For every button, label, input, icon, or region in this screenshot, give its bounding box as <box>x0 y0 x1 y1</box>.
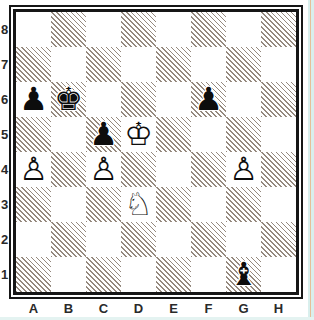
square-h7[interactable] <box>261 47 296 82</box>
square-c8[interactable] <box>86 12 121 47</box>
file-label-f: F <box>191 299 226 317</box>
square-f1[interactable] <box>191 257 226 292</box>
square-e1[interactable] <box>156 257 191 292</box>
rank-label-5: 5 <box>0 117 9 152</box>
square-d7[interactable] <box>121 47 156 82</box>
rank-label-2: 2 <box>0 222 9 257</box>
square-f7[interactable] <box>191 47 226 82</box>
square-h2[interactable] <box>261 222 296 257</box>
square-b6[interactable]: ♚ <box>51 82 86 117</box>
file-label-a: A <box>16 299 51 317</box>
square-c7[interactable] <box>86 47 121 82</box>
file-label-e: E <box>156 299 191 317</box>
rank-label-4: 4 <box>0 152 9 187</box>
file-label-c: C <box>86 299 121 317</box>
square-e3[interactable] <box>156 187 191 222</box>
rank-label-6: 6 <box>0 82 9 117</box>
file-labels: ABCDEFGH <box>16 299 296 317</box>
square-g6[interactable] <box>226 82 261 117</box>
square-h3[interactable] <box>261 187 296 222</box>
square-g8[interactable] <box>226 12 261 47</box>
square-h6[interactable] <box>261 82 296 117</box>
page-edge-line <box>310 0 311 320</box>
square-e8[interactable] <box>156 12 191 47</box>
piece-white-king[interactable]: ♔ <box>121 117 156 152</box>
square-d1[interactable] <box>121 257 156 292</box>
square-d6[interactable] <box>121 82 156 117</box>
square-f6[interactable]: ♟ <box>191 82 226 117</box>
piece-black-pawn[interactable]: ♟ <box>86 117 121 152</box>
square-a3[interactable] <box>16 187 51 222</box>
square-a5[interactable] <box>16 117 51 152</box>
square-f4[interactable] <box>191 152 226 187</box>
square-c5[interactable]: ♟ <box>86 117 121 152</box>
square-e6[interactable] <box>156 82 191 117</box>
square-g7[interactable] <box>226 47 261 82</box>
piece-white-pawn[interactable]: ♙ <box>86 152 121 187</box>
rank-label-3: 3 <box>0 187 9 222</box>
chess-board: ♟♚♟♟♔♙♙♙♘♝ <box>16 12 296 292</box>
square-c6[interactable] <box>86 82 121 117</box>
square-a4[interactable]: ♙ <box>16 152 51 187</box>
square-c4[interactable]: ♙ <box>86 152 121 187</box>
piece-black-bishop[interactable]: ♝ <box>226 257 261 292</box>
square-f2[interactable] <box>191 222 226 257</box>
square-g4[interactable]: ♙ <box>226 152 261 187</box>
square-a1[interactable] <box>16 257 51 292</box>
file-label-g: G <box>226 299 261 317</box>
file-label-h: H <box>261 299 296 317</box>
rank-label-7: 7 <box>0 47 9 82</box>
board-inner-frame: ♟♚♟♟♔♙♙♙♘♝ <box>13 9 299 295</box>
square-b5[interactable] <box>51 117 86 152</box>
square-c3[interactable] <box>86 187 121 222</box>
square-h5[interactable] <box>261 117 296 152</box>
piece-white-pawn[interactable]: ♙ <box>16 152 51 187</box>
page-edge-strip-right <box>308 0 314 320</box>
rank-label-1: 1 <box>0 257 9 292</box>
square-b7[interactable] <box>51 47 86 82</box>
rank-label-8: 8 <box>0 12 9 47</box>
square-h8[interactable] <box>261 12 296 47</box>
square-d5[interactable]: ♔ <box>121 117 156 152</box>
square-c1[interactable] <box>86 257 121 292</box>
square-e5[interactable] <box>156 117 191 152</box>
square-e4[interactable] <box>156 152 191 187</box>
chess-diagram: 87654321 ♟♚♟♟♔♙♙♙♘♝ ABCDEFGH <box>0 0 314 320</box>
square-g5[interactable] <box>226 117 261 152</box>
square-d8[interactable] <box>121 12 156 47</box>
square-b1[interactable] <box>51 257 86 292</box>
file-label-b: B <box>51 299 86 317</box>
square-e2[interactable] <box>156 222 191 257</box>
square-f8[interactable] <box>191 12 226 47</box>
board-frame: ♟♚♟♟♔♙♙♙♘♝ <box>9 5 303 299</box>
square-d4[interactable] <box>121 152 156 187</box>
square-d3[interactable]: ♘ <box>121 187 156 222</box>
square-a2[interactable] <box>16 222 51 257</box>
square-b3[interactable] <box>51 187 86 222</box>
square-d2[interactable] <box>121 222 156 257</box>
square-b2[interactable] <box>51 222 86 257</box>
square-c2[interactable] <box>86 222 121 257</box>
square-f3[interactable] <box>191 187 226 222</box>
piece-black-pawn[interactable]: ♟ <box>191 82 226 117</box>
square-h1[interactable] <box>261 257 296 292</box>
file-label-d: D <box>121 299 156 317</box>
square-g1[interactable]: ♝ <box>226 257 261 292</box>
piece-white-pawn[interactable]: ♙ <box>226 152 261 187</box>
piece-black-pawn[interactable]: ♟ <box>16 82 51 117</box>
piece-white-knight[interactable]: ♘ <box>121 187 156 222</box>
square-g2[interactable] <box>226 222 261 257</box>
piece-black-king[interactable]: ♚ <box>51 82 86 117</box>
square-b4[interactable] <box>51 152 86 187</box>
square-f5[interactable] <box>191 117 226 152</box>
rank-labels: 87654321 <box>0 12 9 292</box>
square-g3[interactable] <box>226 187 261 222</box>
square-a6[interactable]: ♟ <box>16 82 51 117</box>
square-e7[interactable] <box>156 47 191 82</box>
square-a8[interactable] <box>16 12 51 47</box>
square-b8[interactable] <box>51 12 86 47</box>
square-h4[interactable] <box>261 152 296 187</box>
square-a7[interactable] <box>16 47 51 82</box>
